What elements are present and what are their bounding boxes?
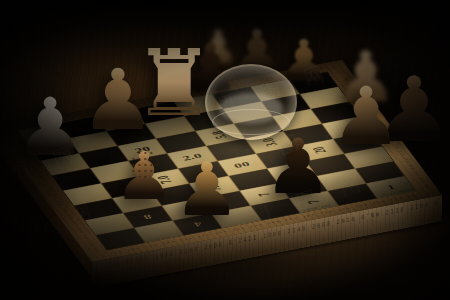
pawn-glyph: ♟ [174,152,240,226]
pawn-bronze-dotted: ♟ [114,144,173,210]
glass-jar [205,64,297,140]
pawn-glyph: ♟ [264,129,332,205]
pieces-layer: ♟♟♜♟♟♟♟♟♟♟♟♟♟ [0,0,450,300]
scene: 2108 B'NNI 1908 2188 20B8 B'IAII 1988 21… [0,0,450,300]
pawn-silver-left: ♟ [14,88,86,168]
pawn-glyph: ♟ [80,58,155,142]
pawn-tan-goblet: ♟ [80,58,155,142]
pawn-glyph: ♟ [14,88,86,168]
pawn-tan-mid-right: ♟ [330,77,402,157]
pawn-glyph: ♟ [330,77,402,157]
pawn-dark-front: ♟ [264,129,332,205]
dotted-sphere-texture [130,150,158,178]
pawn-gold-front: ♟ [174,152,240,226]
